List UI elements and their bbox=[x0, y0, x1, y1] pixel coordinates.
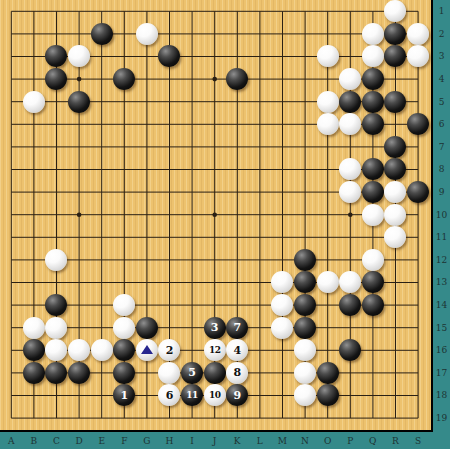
white-stone-K16: 4 bbox=[226, 339, 248, 361]
row-label-7: 7 bbox=[433, 136, 450, 159]
white-stone-M15 bbox=[271, 317, 293, 339]
white-stone-C15 bbox=[45, 317, 67, 339]
column-label-A: A bbox=[0, 432, 23, 449]
white-stone-O6 bbox=[317, 113, 339, 135]
white-stone-N18 bbox=[294, 384, 316, 406]
white-stone-C12 bbox=[45, 249, 67, 271]
move-number-label: 2 bbox=[166, 345, 174, 356]
white-stone-M13 bbox=[271, 271, 293, 293]
black-stone-Q6 bbox=[362, 113, 384, 135]
move-number-label: 6 bbox=[166, 390, 174, 401]
black-stone-F17 bbox=[113, 362, 135, 384]
black-stone-E2 bbox=[91, 23, 113, 45]
white-stone-P4 bbox=[339, 68, 361, 90]
column-label-H: H bbox=[158, 432, 181, 449]
row-label-6: 6 bbox=[433, 113, 450, 136]
row-label-16: 16 bbox=[433, 339, 450, 362]
row-label-11: 11 bbox=[433, 226, 450, 249]
column-label-M: M bbox=[271, 432, 294, 449]
white-stone-H16: 2 bbox=[158, 339, 180, 361]
white-stone-M14 bbox=[271, 294, 293, 316]
move-number-label: 12 bbox=[209, 346, 221, 355]
move-number-label: 5 bbox=[188, 367, 196, 378]
white-stone-Q2 bbox=[362, 23, 384, 45]
black-stone-P5 bbox=[339, 91, 361, 113]
go-board[interactable]: 372124581611109 bbox=[0, 0, 433, 432]
black-stone-R3 bbox=[384, 45, 406, 67]
black-stone-S6 bbox=[407, 113, 429, 135]
white-stone-R9 bbox=[384, 181, 406, 203]
row-label-15: 15 bbox=[433, 316, 450, 339]
black-stone-O18 bbox=[317, 384, 339, 406]
white-stone-H18: 6 bbox=[158, 384, 180, 406]
black-stone-K15: 7 bbox=[226, 317, 248, 339]
white-stone-O13 bbox=[317, 271, 339, 293]
row-labels: 12345678910111213141516171819 bbox=[433, 0, 450, 429]
white-stone-N16 bbox=[294, 339, 316, 361]
black-stone-O17 bbox=[317, 362, 339, 384]
column-label-K: K bbox=[226, 432, 249, 449]
white-stone-J16: 12 bbox=[204, 339, 226, 361]
move-number-label: 9 bbox=[233, 390, 241, 401]
column-label-E: E bbox=[90, 432, 113, 449]
black-stone-P16 bbox=[339, 339, 361, 361]
row-label-2: 2 bbox=[433, 23, 450, 46]
white-stone-H17 bbox=[158, 362, 180, 384]
move-number-label: 8 bbox=[233, 367, 241, 378]
move-number-label: 11 bbox=[186, 391, 198, 400]
black-stone-G15 bbox=[136, 317, 158, 339]
column-label-G: G bbox=[136, 432, 159, 449]
column-labels: ABCDEFGHIJKLMNOPQRS bbox=[0, 432, 429, 449]
black-stone-N13 bbox=[294, 271, 316, 293]
white-stone-Q12 bbox=[362, 249, 384, 271]
column-label-D: D bbox=[68, 432, 91, 449]
black-stone-D17 bbox=[68, 362, 90, 384]
column-label-R: R bbox=[384, 432, 407, 449]
white-stone-P8 bbox=[339, 158, 361, 180]
black-stone-C14 bbox=[45, 294, 67, 316]
white-stone-S2 bbox=[407, 23, 429, 45]
row-label-14: 14 bbox=[433, 294, 450, 317]
white-stone-F15 bbox=[113, 317, 135, 339]
row-label-4: 4 bbox=[433, 68, 450, 91]
black-stone-R7 bbox=[384, 136, 406, 158]
black-stone-Q4 bbox=[362, 68, 384, 90]
white-stone-B15 bbox=[23, 317, 45, 339]
black-stone-R2 bbox=[384, 23, 406, 45]
row-label-18: 18 bbox=[433, 384, 450, 407]
row-label-9: 9 bbox=[433, 181, 450, 204]
black-stone-P14 bbox=[339, 294, 361, 316]
white-stone-G16 bbox=[136, 339, 158, 361]
white-stone-Q10 bbox=[362, 204, 384, 226]
black-stone-N14 bbox=[294, 294, 316, 316]
row-label-1: 1 bbox=[433, 0, 450, 23]
white-stone-O5 bbox=[317, 91, 339, 113]
column-label-J: J bbox=[203, 432, 226, 449]
black-stone-J17 bbox=[204, 362, 226, 384]
black-stone-C17 bbox=[45, 362, 67, 384]
stones-layer: 372124581611109 bbox=[0, 0, 429, 429]
black-stone-H3 bbox=[158, 45, 180, 67]
row-label-12: 12 bbox=[433, 249, 450, 272]
column-label-N: N bbox=[294, 432, 317, 449]
black-stone-D5 bbox=[68, 91, 90, 113]
row-label-13: 13 bbox=[433, 271, 450, 294]
black-stone-C3 bbox=[45, 45, 67, 67]
black-stone-Q13 bbox=[362, 271, 384, 293]
black-stone-Q8 bbox=[362, 158, 384, 180]
white-stone-R1 bbox=[384, 0, 406, 22]
white-stone-D3 bbox=[68, 45, 90, 67]
row-label-5: 5 bbox=[433, 90, 450, 113]
move-number-label: 3 bbox=[211, 322, 219, 333]
black-stone-F16 bbox=[113, 339, 135, 361]
row-label-8: 8 bbox=[433, 158, 450, 181]
column-label-F: F bbox=[113, 432, 136, 449]
column-label-C: C bbox=[45, 432, 68, 449]
column-label-Q: Q bbox=[362, 432, 385, 449]
black-stone-K4 bbox=[226, 68, 248, 90]
black-stone-R5 bbox=[384, 91, 406, 113]
black-stone-N15 bbox=[294, 317, 316, 339]
move-number-label: 1 bbox=[120, 390, 128, 401]
white-stone-N17 bbox=[294, 362, 316, 384]
black-stone-I17: 5 bbox=[181, 362, 203, 384]
black-stone-F4 bbox=[113, 68, 135, 90]
row-label-10: 10 bbox=[433, 203, 450, 226]
move-number-label: 7 bbox=[233, 322, 241, 333]
black-stone-R8 bbox=[384, 158, 406, 180]
move-number-label: 10 bbox=[209, 391, 221, 400]
white-stone-F14 bbox=[113, 294, 135, 316]
white-stone-S3 bbox=[407, 45, 429, 67]
black-stone-N12 bbox=[294, 249, 316, 271]
move-number-label: 4 bbox=[233, 345, 241, 356]
white-stone-P9 bbox=[339, 181, 361, 203]
column-label-P: P bbox=[339, 432, 362, 449]
white-stone-D16 bbox=[68, 339, 90, 361]
white-stone-C16 bbox=[45, 339, 67, 361]
white-stone-R11 bbox=[384, 226, 406, 248]
black-stone-B17 bbox=[23, 362, 45, 384]
black-stone-S9 bbox=[407, 181, 429, 203]
row-label-17: 17 bbox=[433, 362, 450, 385]
white-stone-R10 bbox=[384, 204, 406, 226]
white-stone-J18: 10 bbox=[204, 384, 226, 406]
go-diagram-window: 372124581611109 ABCDEFGHIJKLMNOPQRS 1234… bbox=[0, 0, 450, 449]
row-label-3: 3 bbox=[433, 45, 450, 68]
row-label-19: 19 bbox=[433, 407, 450, 430]
column-label-O: O bbox=[316, 432, 339, 449]
white-stone-B5 bbox=[23, 91, 45, 113]
triangle-marker-icon bbox=[141, 345, 153, 354]
column-label-B: B bbox=[23, 432, 46, 449]
white-stone-G2 bbox=[136, 23, 158, 45]
black-stone-F18: 1 bbox=[113, 384, 135, 406]
black-stone-Q9 bbox=[362, 181, 384, 203]
white-stone-K17: 8 bbox=[226, 362, 248, 384]
white-stone-O3 bbox=[317, 45, 339, 67]
column-label-I: I bbox=[181, 432, 204, 449]
black-stone-I18: 11 bbox=[181, 384, 203, 406]
column-label-S: S bbox=[407, 432, 430, 449]
black-stone-Q14 bbox=[362, 294, 384, 316]
black-stone-J15: 3 bbox=[204, 317, 226, 339]
white-stone-P13 bbox=[339, 271, 361, 293]
black-stone-B16 bbox=[23, 339, 45, 361]
white-stone-Q3 bbox=[362, 45, 384, 67]
black-stone-K18: 9 bbox=[226, 384, 248, 406]
white-stone-P6 bbox=[339, 113, 361, 135]
black-stone-Q5 bbox=[362, 91, 384, 113]
column-label-L: L bbox=[249, 432, 272, 449]
white-stone-E16 bbox=[91, 339, 113, 361]
black-stone-C4 bbox=[45, 68, 67, 90]
